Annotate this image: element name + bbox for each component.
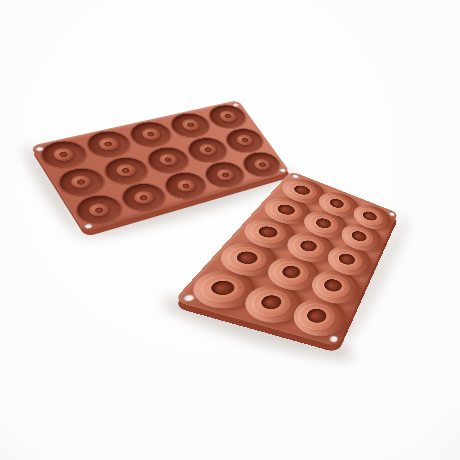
donut-cavity bbox=[82, 128, 136, 161]
donut-cavity bbox=[221, 126, 268, 156]
cavity-center-post bbox=[157, 153, 180, 167]
dome-center-hole bbox=[298, 239, 320, 254]
cavity-center-post bbox=[69, 174, 94, 190]
post-center-dimple bbox=[163, 157, 173, 163]
cavity-center-post bbox=[180, 119, 202, 132]
cavity-center-post bbox=[214, 168, 236, 182]
product-photo bbox=[0, 0, 460, 460]
dome-center-hole bbox=[305, 307, 329, 325]
cavity-center-post bbox=[87, 202, 112, 218]
dome-center-hole bbox=[258, 293, 285, 311]
dome-center-hole bbox=[314, 217, 334, 230]
dome-center-hole bbox=[256, 225, 280, 240]
dome-center-hole bbox=[362, 210, 379, 222]
post-center-dimple bbox=[76, 179, 86, 186]
post-center-dimple bbox=[121, 167, 131, 173]
post-center-dimple bbox=[221, 172, 230, 178]
dome-center-hole bbox=[328, 197, 346, 209]
cavity-center-post bbox=[174, 178, 197, 193]
corner-hanging-hole bbox=[328, 335, 338, 342]
cavity-center-post bbox=[51, 147, 76, 162]
post-center-dimple bbox=[139, 194, 149, 201]
corner-hanging-hole bbox=[279, 168, 286, 173]
cavity-center-post bbox=[235, 134, 256, 147]
donut-cavity bbox=[99, 154, 153, 188]
cavity-center-post bbox=[252, 158, 273, 172]
dome-center-hole bbox=[207, 279, 237, 297]
dome-center-hole bbox=[292, 184, 312, 196]
dome-center-hole bbox=[279, 264, 303, 280]
dome-center-hole bbox=[337, 252, 357, 266]
cavity-center-post bbox=[97, 137, 121, 151]
post-center-dimple bbox=[203, 147, 212, 153]
post-center-dimple bbox=[181, 183, 191, 189]
dome-center-hole bbox=[233, 250, 260, 266]
donut-cavity bbox=[142, 144, 194, 177]
cavity-center-post bbox=[114, 163, 138, 178]
post-center-dimple bbox=[241, 137, 250, 143]
donut-cavity bbox=[125, 119, 176, 150]
post-center-dimple bbox=[59, 152, 69, 158]
post-center-dimple bbox=[186, 122, 195, 128]
dome-center-hole bbox=[275, 203, 297, 216]
post-center-dimple bbox=[94, 207, 105, 214]
dome-center-hole bbox=[350, 230, 368, 243]
post-center-dimple bbox=[104, 141, 114, 147]
corner-hanging-hole bbox=[181, 294, 194, 302]
post-center-dimple bbox=[258, 162, 267, 168]
corner-hanging-hole bbox=[232, 102, 239, 106]
cavity-center-post bbox=[140, 128, 163, 142]
donut-cavity bbox=[183, 134, 232, 165]
donut-cavity bbox=[204, 102, 251, 131]
cavity-center-post bbox=[218, 110, 239, 123]
dome-center-hole bbox=[322, 278, 344, 294]
donut-cavity bbox=[166, 110, 215, 140]
post-center-dimple bbox=[224, 114, 233, 119]
cavity-center-post bbox=[197, 143, 219, 157]
donut-cavity bbox=[35, 138, 91, 172]
corner-hanging-hole bbox=[84, 223, 93, 229]
post-center-dimple bbox=[146, 131, 155, 137]
cavity-center-post bbox=[132, 190, 156, 206]
